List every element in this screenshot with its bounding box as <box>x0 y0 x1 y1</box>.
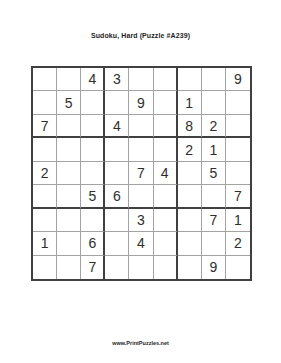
cell-r2c1[interactable] <box>33 91 57 114</box>
cell-r4c1[interactable] <box>33 138 57 161</box>
cell-r3c2[interactable] <box>57 115 81 138</box>
cell-r9c6[interactable] <box>154 256 178 279</box>
cell-r6c2[interactable] <box>57 185 81 208</box>
cell-r9c3[interactable]: 7 <box>81 256 105 279</box>
cell-r3c5[interactable] <box>129 115 153 138</box>
cell-r6c5[interactable] <box>129 185 153 208</box>
cell-r6c3[interactable]: 5 <box>81 185 105 208</box>
cell-r5c4[interactable] <box>105 162 129 185</box>
cell-r8c2[interactable] <box>57 232 81 255</box>
cell-r1c8[interactable] <box>202 68 226 91</box>
sudoku-board: 4395917482212745567371164279 <box>31 66 252 281</box>
cell-r4c9[interactable] <box>226 138 250 161</box>
cell-r7c4[interactable] <box>105 209 129 232</box>
cell-r2c8[interactable] <box>202 91 226 114</box>
cell-r9c4[interactable] <box>105 256 129 279</box>
cell-r3c8[interactable]: 2 <box>202 115 226 138</box>
cell-r7c2[interactable] <box>57 209 81 232</box>
puzzle-page: Sudoku, Hard (Puzzle #A239) 439591748221… <box>0 0 281 363</box>
cell-r5c8[interactable]: 5 <box>202 162 226 185</box>
cell-r3c3[interactable] <box>81 115 105 138</box>
cell-r2c4[interactable] <box>105 91 129 114</box>
cell-r8c4[interactable] <box>105 232 129 255</box>
cell-r9c5[interactable] <box>129 256 153 279</box>
footer-url: www.PrintPuzzles.net <box>0 340 281 346</box>
cell-r6c8[interactable] <box>202 185 226 208</box>
cell-r8c1[interactable]: 1 <box>33 232 57 255</box>
cell-r6c6[interactable] <box>154 185 178 208</box>
cell-r5c9[interactable] <box>226 162 250 185</box>
cell-r6c1[interactable] <box>33 185 57 208</box>
cell-r8c7[interactable] <box>178 232 202 255</box>
cell-r7c6[interactable] <box>154 209 178 232</box>
cell-r5c6[interactable]: 4 <box>154 162 178 185</box>
cell-r7c3[interactable] <box>81 209 105 232</box>
cell-r7c1[interactable] <box>33 209 57 232</box>
cell-r1c6[interactable] <box>154 68 178 91</box>
cell-r3c1[interactable]: 7 <box>33 115 57 138</box>
cell-r8c9[interactable]: 2 <box>226 232 250 255</box>
cell-r8c3[interactable]: 6 <box>81 232 105 255</box>
cell-r4c3[interactable] <box>81 138 105 161</box>
cell-r5c3[interactable] <box>81 162 105 185</box>
cell-r7c9[interactable]: 1 <box>226 209 250 232</box>
cell-r1c5[interactable] <box>129 68 153 91</box>
cell-r3c7[interactable]: 8 <box>178 115 202 138</box>
cell-r3c4[interactable]: 4 <box>105 115 129 138</box>
cell-r2c9[interactable] <box>226 91 250 114</box>
cell-r2c3[interactable] <box>81 91 105 114</box>
cell-r4c6[interactable] <box>154 138 178 161</box>
cell-r8c8[interactable] <box>202 232 226 255</box>
cell-r9c1[interactable] <box>33 256 57 279</box>
cell-r7c8[interactable]: 7 <box>202 209 226 232</box>
cell-r9c7[interactable] <box>178 256 202 279</box>
cell-r1c3[interactable]: 4 <box>81 68 105 91</box>
puzzle-title: Sudoku, Hard (Puzzle #A239) <box>0 32 281 39</box>
cell-r6c4[interactable]: 6 <box>105 185 129 208</box>
cell-r2c5[interactable]: 9 <box>129 91 153 114</box>
cell-r4c8[interactable]: 1 <box>202 138 226 161</box>
cell-r3c6[interactable] <box>154 115 178 138</box>
cell-r3c9[interactable] <box>226 115 250 138</box>
cell-r6c7[interactable] <box>178 185 202 208</box>
cell-r2c6[interactable] <box>154 91 178 114</box>
cell-r4c2[interactable] <box>57 138 81 161</box>
cell-r5c5[interactable]: 7 <box>129 162 153 185</box>
cell-r4c4[interactable] <box>105 138 129 161</box>
cell-r9c2[interactable] <box>57 256 81 279</box>
cell-r8c5[interactable]: 4 <box>129 232 153 255</box>
cell-r5c1[interactable]: 2 <box>33 162 57 185</box>
cell-r1c4[interactable]: 3 <box>105 68 129 91</box>
cell-r4c5[interactable] <box>129 138 153 161</box>
cell-r4c7[interactable]: 2 <box>178 138 202 161</box>
cell-r1c2[interactable] <box>57 68 81 91</box>
cell-r9c9[interactable] <box>226 256 250 279</box>
cell-r7c5[interactable]: 3 <box>129 209 153 232</box>
cell-r5c7[interactable] <box>178 162 202 185</box>
cell-r8c6[interactable] <box>154 232 178 255</box>
cell-r1c1[interactable] <box>33 68 57 91</box>
cell-r1c9[interactable]: 9 <box>226 68 250 91</box>
cell-r1c7[interactable] <box>178 68 202 91</box>
cell-r6c9[interactable]: 7 <box>226 185 250 208</box>
cell-r7c7[interactable] <box>178 209 202 232</box>
cell-r9c8[interactable]: 9 <box>202 256 226 279</box>
cell-r2c7[interactable]: 1 <box>178 91 202 114</box>
cell-r5c2[interactable] <box>57 162 81 185</box>
cell-r2c2[interactable]: 5 <box>57 91 81 114</box>
